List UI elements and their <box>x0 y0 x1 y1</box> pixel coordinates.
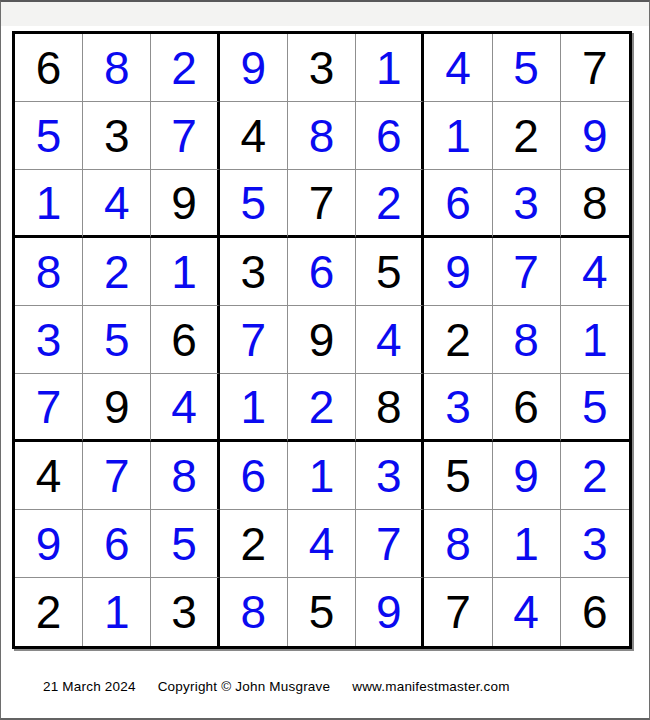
sudoku-cell-r2c9: 9 <box>561 102 629 170</box>
sudoku-cell-r5c2: 5 <box>83 306 151 374</box>
sudoku-cell-r7c5: 1 <box>288 442 356 510</box>
sudoku-cell-r2c4: 4 <box>220 102 288 170</box>
sudoku-cell-r5c3: 6 <box>151 306 219 374</box>
sudoku-cell-r4c5: 6 <box>288 238 356 306</box>
footer-website: www.manifestmaster.com <box>352 679 509 694</box>
sudoku-cell-r4c3: 1 <box>151 238 219 306</box>
sudoku-cell-r8c1: 9 <box>15 510 83 578</box>
sudoku-cell-r1c4: 9 <box>220 34 288 102</box>
sudoku-cell-r8c6: 7 <box>356 510 424 578</box>
sudoku-cell-r3c6: 2 <box>356 170 424 238</box>
sudoku-cell-r2c2: 3 <box>83 102 151 170</box>
sudoku-cell-r8c4: 2 <box>220 510 288 578</box>
sudoku-cell-r1c8: 5 <box>493 34 561 102</box>
sudoku-cell-r8c2: 6 <box>83 510 151 578</box>
footer-copyright: Copyright © John Musgrave <box>158 679 331 694</box>
header-band <box>1 2 649 26</box>
sudoku-cell-r5c6: 4 <box>356 306 424 374</box>
sudoku-cell-r9c7: 7 <box>424 578 492 646</box>
sudoku-cell-r6c1: 7 <box>15 374 83 442</box>
sudoku-cell-r5c7: 2 <box>424 306 492 374</box>
sudoku-cell-r5c5: 9 <box>288 306 356 374</box>
sudoku-cell-r7c7: 5 <box>424 442 492 510</box>
sudoku-cell-r3c2: 4 <box>83 170 151 238</box>
sudoku-cell-r1c5: 3 <box>288 34 356 102</box>
sudoku-cell-r7c8: 9 <box>493 442 561 510</box>
sudoku-cell-r9c5: 5 <box>288 578 356 646</box>
sudoku-cell-r3c1: 1 <box>15 170 83 238</box>
sudoku-cell-r9c2: 1 <box>83 578 151 646</box>
sudoku-cell-r4c8: 7 <box>493 238 561 306</box>
footer-date: 21 March 2024 <box>43 679 136 694</box>
sudoku-cell-r2c5: 8 <box>288 102 356 170</box>
sudoku-cell-r8c3: 5 <box>151 510 219 578</box>
sudoku-cell-r9c4: 8 <box>220 578 288 646</box>
sudoku-cell-r4c2: 2 <box>83 238 151 306</box>
sudoku-cell-r2c6: 6 <box>356 102 424 170</box>
sudoku-cell-r3c3: 9 <box>151 170 219 238</box>
sudoku-cell-r6c9: 5 <box>561 374 629 442</box>
sudoku-cell-r4c9: 4 <box>561 238 629 306</box>
sudoku-cell-r2c7: 1 <box>424 102 492 170</box>
sudoku-cell-r6c5: 2 <box>288 374 356 442</box>
sudoku-cell-r4c7: 9 <box>424 238 492 306</box>
sudoku-cell-r2c3: 7 <box>151 102 219 170</box>
sudoku-cell-r8c7: 8 <box>424 510 492 578</box>
sudoku-cell-r9c3: 3 <box>151 578 219 646</box>
sudoku-cell-r7c2: 7 <box>83 442 151 510</box>
sudoku-cell-r5c8: 8 <box>493 306 561 374</box>
sudoku-cell-r1c2: 8 <box>83 34 151 102</box>
footer: 21 March 2024Copyright © John Musgraveww… <box>43 679 510 694</box>
sudoku-cell-r9c6: 9 <box>356 578 424 646</box>
sudoku-cell-r8c9: 3 <box>561 510 629 578</box>
sudoku-cell-r8c8: 1 <box>493 510 561 578</box>
sudoku-cell-r5c1: 3 <box>15 306 83 374</box>
sudoku-cell-r3c8: 3 <box>493 170 561 238</box>
sudoku-cell-r6c7: 3 <box>424 374 492 442</box>
sudoku-cell-r3c7: 6 <box>424 170 492 238</box>
sudoku-cell-r9c8: 4 <box>493 578 561 646</box>
sudoku-cell-r3c9: 8 <box>561 170 629 238</box>
sudoku-cell-r7c4: 6 <box>220 442 288 510</box>
sudoku-cell-r6c4: 1 <box>220 374 288 442</box>
sudoku-cell-r5c4: 7 <box>220 306 288 374</box>
sudoku-cell-r9c1: 2 <box>15 578 83 646</box>
sudoku-cell-r4c6: 5 <box>356 238 424 306</box>
sudoku-cell-r7c3: 8 <box>151 442 219 510</box>
sudoku-cell-r1c1: 6 <box>15 34 83 102</box>
sudoku-cell-r6c2: 9 <box>83 374 151 442</box>
sudoku-cell-r2c8: 2 <box>493 102 561 170</box>
sudoku-board: 6829314575374861291495726388213659743567… <box>12 31 632 649</box>
sudoku-cell-r8c5: 4 <box>288 510 356 578</box>
sudoku-cell-r7c9: 2 <box>561 442 629 510</box>
sudoku-cell-r9c9: 6 <box>561 578 629 646</box>
sudoku-cell-r3c4: 5 <box>220 170 288 238</box>
sudoku-cell-r5c9: 1 <box>561 306 629 374</box>
sudoku-cell-r7c1: 4 <box>15 442 83 510</box>
sudoku-cell-r1c9: 7 <box>561 34 629 102</box>
sudoku-cell-r6c6: 8 <box>356 374 424 442</box>
sudoku-page: 6829314575374861291495726388213659743567… <box>0 0 650 720</box>
sudoku-cell-r2c1: 5 <box>15 102 83 170</box>
sudoku-cell-r6c8: 6 <box>493 374 561 442</box>
sudoku-cell-r4c1: 8 <box>15 238 83 306</box>
sudoku-cell-r7c6: 3 <box>356 442 424 510</box>
sudoku-cell-r3c5: 7 <box>288 170 356 238</box>
sudoku-cell-r1c7: 4 <box>424 34 492 102</box>
sudoku-cell-r1c3: 2 <box>151 34 219 102</box>
sudoku-cell-r4c4: 3 <box>220 238 288 306</box>
sudoku-cell-r6c3: 4 <box>151 374 219 442</box>
sudoku-cell-r1c6: 1 <box>356 34 424 102</box>
